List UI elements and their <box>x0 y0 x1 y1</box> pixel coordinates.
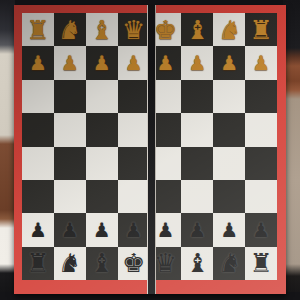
square-f8: ♝ <box>181 247 213 280</box>
square-b7: ♟ <box>54 213 86 246</box>
square-g2: ♟ <box>213 46 245 79</box>
white-rook-a1: ♜ <box>26 17 49 43</box>
square-h1: ♜ <box>245 13 277 46</box>
square-h8: ♜ <box>245 247 277 280</box>
square-d2: ♟ <box>118 46 150 79</box>
black-pawn-f7: ♟ <box>188 220 206 240</box>
square-a1: ♜ <box>22 13 54 46</box>
white-pawn-e2: ♟ <box>156 53 174 73</box>
square-f6 <box>181 180 213 213</box>
black-queen-e8: ♛ <box>154 250 177 276</box>
square-g1: ♞ <box>213 13 245 46</box>
square-c4 <box>86 113 118 146</box>
square-b8: ♞ <box>54 247 86 280</box>
square-h2: ♟ <box>245 46 277 79</box>
square-h3 <box>245 80 277 113</box>
square-g3 <box>213 80 245 113</box>
square-h6 <box>245 180 277 213</box>
square-a5 <box>22 147 54 180</box>
square-g7: ♟ <box>213 213 245 246</box>
square-a7: ♟ <box>22 213 54 246</box>
black-knight-b8: ♞ <box>58 250 81 276</box>
white-bishop-c1: ♝ <box>90 17 113 43</box>
white-pawn-g2: ♟ <box>220 53 238 73</box>
black-pawn-c7: ♟ <box>93 220 111 240</box>
square-f4 <box>181 113 213 146</box>
square-g6 <box>213 180 245 213</box>
square-g4 <box>213 113 245 146</box>
square-f1: ♝ <box>181 13 213 46</box>
black-knight-g8: ♞ <box>218 250 241 276</box>
square-d4 <box>118 113 150 146</box>
white-king-e1: ♚ <box>154 17 177 43</box>
square-f3 <box>181 80 213 113</box>
square-b1: ♞ <box>54 13 86 46</box>
square-c3 <box>86 80 118 113</box>
white-bishop-f1: ♝ <box>186 17 209 43</box>
white-queen-d1: ♛ <box>122 17 145 43</box>
square-b6 <box>54 180 86 213</box>
square-h5 <box>245 147 277 180</box>
stacked-papers-and-wood-left <box>0 0 15 300</box>
white-pawn-f2: ♟ <box>188 53 206 73</box>
square-d6 <box>118 180 150 213</box>
photo-background: ♜♞♝♛♚♝♞♜♟♟♟♟♟♟♟♟♟♟♟♟♟♟♟♟♜♞♝♚♛♝♞♜ <box>0 0 300 300</box>
square-g8: ♞ <box>213 247 245 280</box>
square-a2: ♟ <box>22 46 54 79</box>
square-a6 <box>22 180 54 213</box>
square-h4 <box>245 113 277 146</box>
square-c2: ♟ <box>86 46 118 79</box>
white-pawn-h2: ♟ <box>252 53 270 73</box>
square-a8: ♜ <box>22 247 54 280</box>
square-b4 <box>54 113 86 146</box>
square-d5 <box>118 147 150 180</box>
square-c1: ♝ <box>86 13 118 46</box>
square-h7: ♟ <box>245 213 277 246</box>
square-g5 <box>213 147 245 180</box>
square-c8: ♝ <box>86 247 118 280</box>
black-pawn-h7: ♟ <box>252 220 270 240</box>
square-c5 <box>86 147 118 180</box>
square-b2: ♟ <box>54 46 86 79</box>
square-b3 <box>54 80 86 113</box>
white-pawn-d2: ♟ <box>125 53 143 73</box>
square-d7: ♟ <box>118 213 150 246</box>
black-pawn-g7: ♟ <box>220 220 238 240</box>
square-a3 <box>22 80 54 113</box>
black-pawn-d7: ♟ <box>125 220 143 240</box>
square-c6 <box>86 180 118 213</box>
chessboard-box-lid: ♜♞♝♛♚♝♞♜♟♟♟♟♟♟♟♟♟♟♟♟♟♟♟♟♜♞♝♚♛♝♞♜ <box>14 5 286 294</box>
white-pawn-a2: ♟ <box>29 53 47 73</box>
white-knight-g1: ♞ <box>218 17 241 43</box>
black-bishop-c8: ♝ <box>90 250 113 276</box>
square-f5 <box>181 147 213 180</box>
square-a4 <box>22 113 54 146</box>
square-d1: ♛ <box>118 13 150 46</box>
square-d3 <box>118 80 150 113</box>
square-b5 <box>54 147 86 180</box>
white-pawn-b2: ♟ <box>61 53 79 73</box>
black-pawn-e7: ♟ <box>156 220 174 240</box>
square-d8: ♚ <box>118 247 150 280</box>
white-pawn-c2: ♟ <box>93 53 111 73</box>
black-rook-h8: ♜ <box>249 250 272 276</box>
black-king-d8: ♚ <box>122 250 145 276</box>
black-bishop-f8: ♝ <box>186 250 209 276</box>
black-rook-a8: ♜ <box>26 250 49 276</box>
square-c7: ♟ <box>86 213 118 246</box>
board-fold-seam <box>147 5 156 294</box>
black-pawn-b7: ♟ <box>61 220 79 240</box>
white-rook-h1: ♜ <box>249 17 272 43</box>
square-f7: ♟ <box>181 213 213 246</box>
black-pawn-a7: ♟ <box>29 220 47 240</box>
white-knight-b1: ♞ <box>58 17 81 43</box>
square-f2: ♟ <box>181 46 213 79</box>
